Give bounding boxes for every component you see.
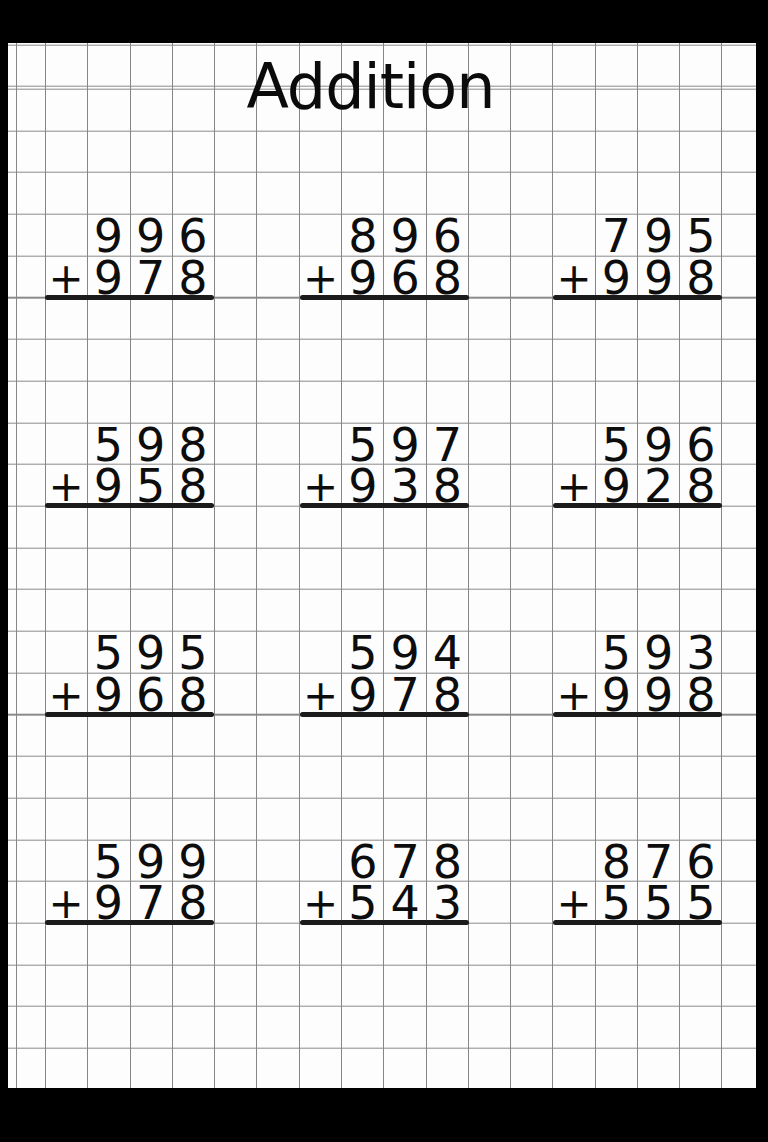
addend-bottom-digit: 9	[595, 255, 637, 297]
addend-top-digit: 8	[595, 839, 637, 881]
empty-cell	[553, 214, 595, 256]
addend-top-digit: 5	[595, 631, 637, 673]
empty-cell	[553, 839, 595, 881]
addend-top-digit: 9	[172, 839, 214, 881]
addend-bottom-digit: 7	[384, 672, 426, 714]
addend-bottom-digit: 8	[172, 255, 214, 297]
addend-bottom-digit: 8	[680, 255, 722, 297]
sum-line	[300, 503, 469, 508]
empty-cell	[300, 839, 342, 881]
addition-problem: 596+928	[553, 422, 722, 505]
addend-top-digit: 5	[680, 214, 722, 256]
addend-bottom-digit: 9	[87, 672, 129, 714]
plus-sign: +	[553, 255, 595, 297]
addend-top-digit: 7	[638, 839, 680, 881]
plus-sign: +	[300, 672, 342, 714]
addend-top-digit: 6	[172, 214, 214, 256]
empty-cell	[45, 839, 87, 881]
addend-top-digit: 5	[342, 422, 384, 464]
addend-bottom-digit: 8	[680, 464, 722, 506]
addend-bottom-digit: 5	[130, 464, 172, 506]
addend-bottom-digit: 7	[130, 881, 172, 923]
empty-cell	[300, 422, 342, 464]
addition-problem: 599+978	[45, 839, 214, 922]
plus-sign: +	[553, 881, 595, 923]
addend-bottom-digit: 2	[638, 464, 680, 506]
addend-bottom-digit: 3	[384, 464, 426, 506]
addend-top-digit: 5	[87, 422, 129, 464]
addend-top-digit: 8	[172, 422, 214, 464]
addend-bottom-digit: 8	[172, 881, 214, 923]
addition-problem: 597+938	[300, 422, 469, 505]
plus-sign: +	[45, 464, 87, 506]
worksheet-title: Addition	[173, 56, 568, 118]
addend-bottom-digit: 8	[680, 672, 722, 714]
addend-bottom-digit: 9	[595, 672, 637, 714]
plus-sign: +	[300, 255, 342, 297]
addend-bottom-digit: 9	[87, 881, 129, 923]
addition-problem: 795+998	[553, 214, 722, 297]
addend-top-digit: 5	[595, 422, 637, 464]
addend-bottom-digit: 4	[384, 881, 426, 923]
addend-top-digit: 6	[680, 422, 722, 464]
sum-line	[300, 295, 469, 300]
addend-top-digit: 6	[426, 214, 468, 256]
addend-top-digit: 8	[426, 839, 468, 881]
addend-top-digit: 3	[680, 631, 722, 673]
addend-bottom-digit: 8	[426, 672, 468, 714]
addend-bottom-digit: 9	[87, 464, 129, 506]
addend-top-digit: 6	[342, 839, 384, 881]
addend-top-digit: 9	[384, 631, 426, 673]
sum-line	[553, 712, 722, 717]
addend-top-digit: 6	[680, 839, 722, 881]
plus-sign: +	[553, 464, 595, 506]
addend-bottom-digit: 9	[342, 255, 384, 297]
addend-top-digit: 4	[426, 631, 468, 673]
scanned-worksheet: Addition 996+978896+968795+998598+958597…	[0, 0, 768, 1142]
addend-top-digit: 5	[87, 631, 129, 673]
sum-line	[553, 503, 722, 508]
empty-cell	[553, 631, 595, 673]
plus-sign: +	[45, 881, 87, 923]
sum-line	[553, 295, 722, 300]
plus-sign: +	[45, 672, 87, 714]
addition-problem: 876+555	[553, 839, 722, 922]
plus-sign: +	[553, 672, 595, 714]
plus-sign: +	[300, 464, 342, 506]
addition-problem: 595+968	[45, 631, 214, 714]
addend-top-digit: 9	[384, 214, 426, 256]
addend-bottom-digit: 7	[130, 255, 172, 297]
addend-top-digit: 8	[342, 214, 384, 256]
addend-bottom-digit: 5	[638, 881, 680, 923]
addend-bottom-digit: 9	[595, 464, 637, 506]
empty-cell	[45, 631, 87, 673]
empty-cell	[553, 422, 595, 464]
addition-problem: 996+978	[45, 214, 214, 297]
addend-bottom-digit: 8	[426, 255, 468, 297]
addend-bottom-digit: 3	[426, 881, 468, 923]
addend-top-digit: 9	[130, 839, 172, 881]
sum-line	[45, 503, 214, 508]
addend-bottom-digit: 5	[595, 881, 637, 923]
addend-top-digit: 9	[87, 214, 129, 256]
addend-top-digit: 9	[384, 422, 426, 464]
addend-bottom-digit: 6	[130, 672, 172, 714]
addition-problem: 896+968	[300, 214, 469, 297]
empty-cell	[300, 214, 342, 256]
addend-top-digit: 9	[130, 422, 172, 464]
worksheet-page: Addition 996+978896+968795+998598+958597…	[8, 43, 756, 1088]
addition-problem: 678+543	[300, 839, 469, 922]
addend-top-digit: 5	[172, 631, 214, 673]
addend-bottom-digit: 8	[172, 464, 214, 506]
addend-top-digit: 5	[87, 839, 129, 881]
addition-problem: 594+978	[300, 631, 469, 714]
addend-bottom-digit: 9	[638, 672, 680, 714]
plus-sign: +	[45, 255, 87, 297]
addend-top-digit: 7	[426, 422, 468, 464]
empty-cell	[300, 631, 342, 673]
empty-cell	[45, 422, 87, 464]
addend-bottom-digit: 6	[384, 255, 426, 297]
addend-bottom-digit: 5	[680, 881, 722, 923]
addend-bottom-digit: 9	[87, 255, 129, 297]
addend-top-digit: 7	[384, 839, 426, 881]
plus-sign: +	[300, 881, 342, 923]
addend-top-digit: 9	[638, 631, 680, 673]
addend-bottom-digit: 9	[342, 672, 384, 714]
addend-top-digit: 9	[130, 631, 172, 673]
addend-bottom-digit: 9	[638, 255, 680, 297]
empty-cell	[45, 214, 87, 256]
sum-line	[45, 712, 214, 717]
sum-line	[300, 712, 469, 717]
addend-top-digit: 9	[130, 214, 172, 256]
addend-bottom-digit: 8	[426, 464, 468, 506]
addition-problem: 598+958	[45, 422, 214, 505]
sum-line	[553, 920, 722, 925]
addend-top-digit: 5	[342, 631, 384, 673]
sum-line	[45, 920, 214, 925]
addend-top-digit: 7	[595, 214, 637, 256]
addend-bottom-digit: 9	[342, 464, 384, 506]
addend-top-digit: 9	[638, 422, 680, 464]
addend-bottom-digit: 5	[342, 881, 384, 923]
addition-problem: 593+998	[553, 631, 722, 714]
addend-top-digit: 9	[638, 214, 680, 256]
sum-line	[300, 920, 469, 925]
addend-bottom-digit: 8	[172, 672, 214, 714]
sum-line	[45, 295, 214, 300]
